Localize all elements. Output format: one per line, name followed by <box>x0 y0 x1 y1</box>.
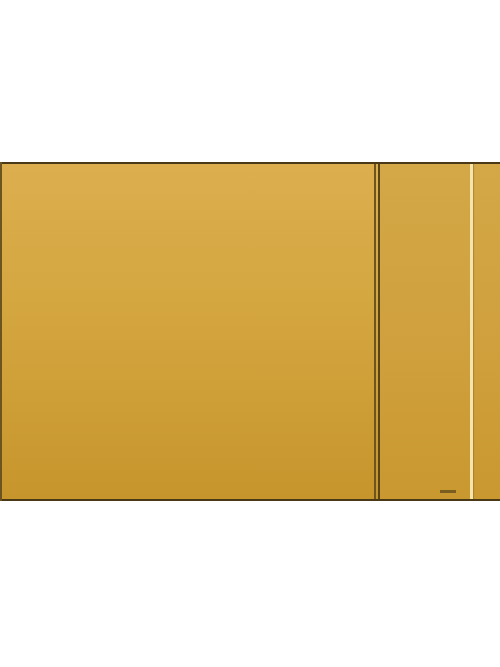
xiangqi-board[interactable] <box>0 162 378 501</box>
sidebar-panel <box>378 162 500 501</box>
palace-diagonals <box>0 162 378 501</box>
watermark-underline <box>440 490 456 493</box>
board-photo <box>0 162 500 501</box>
sidebar-divider-line <box>470 162 473 501</box>
photo-bottom-edge <box>0 499 500 501</box>
photo-left-edge <box>0 162 2 501</box>
photo-top-edge <box>0 162 500 164</box>
